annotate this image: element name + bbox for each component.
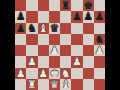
square-g4[interactable] [83,45,94,56]
square-f7[interactable]: ♟ [71,11,82,22]
piece-black-knight[interactable]: ♞ [27,22,36,33]
square-h4[interactable]: ♟ [94,45,105,56]
piece-black-pawn[interactable]: ♟ [16,22,25,33]
square-g7[interactable]: ♟ [83,11,94,22]
square-g1[interactable] [83,79,94,90]
piece-white-rook[interactable]: ♜ [27,78,36,89]
square-g3[interactable] [83,56,94,67]
square-c4[interactable] [38,45,49,56]
piece-white-pawn[interactable]: ♟ [38,67,47,78]
square-c1[interactable] [38,79,49,90]
square-e7[interactable] [60,11,71,22]
square-a4[interactable] [15,45,26,56]
square-f1[interactable] [71,79,82,90]
piece-white-pawn[interactable]: ♟ [16,67,25,78]
piece-black-queen[interactable]: ♛ [50,22,59,33]
square-h3[interactable] [94,56,105,67]
square-a6[interactable]: ♟ [15,23,26,34]
square-g5[interactable] [83,34,94,45]
square-e8[interactable]: ♜ [60,0,71,11]
square-f6[interactable] [71,23,82,34]
square-e4[interactable] [60,45,71,56]
square-d6[interactable]: ♛ [49,23,60,34]
piece-black-pawn[interactable]: ♟ [72,11,81,22]
square-f5[interactable] [71,34,82,45]
piece-white-pawn[interactable]: ♟ [95,45,104,56]
square-g2[interactable] [83,68,94,79]
square-h2[interactable] [94,68,105,79]
piece-black-rook[interactable]: ♜ [61,0,70,11]
square-b8[interactable] [26,0,37,11]
square-b6[interactable]: ♞ [26,23,37,34]
piece-white-pawn[interactable]: ♟ [50,45,59,56]
piece-white-pawn[interactable]: ♟ [27,56,36,67]
chess-board[interactable]: ♜♚♟♟♟♟♟♞♝♛♞♟♟♟♟♟♟♚♞♜♛♝ [15,0,105,90]
square-g6[interactable] [83,23,94,34]
square-e5[interactable] [60,34,71,45]
square-a1[interactable] [15,79,26,90]
square-e1[interactable]: ♝ [60,79,71,90]
piece-white-pawn[interactable]: ♟ [72,56,81,67]
square-f3[interactable]: ♟ [71,56,82,67]
square-a2[interactable]: ♟ [15,68,26,79]
piece-black-pawn[interactable]: ♟ [83,11,92,22]
square-b1[interactable]: ♜ [26,79,37,90]
piece-white-bishop[interactable]: ♝ [38,22,47,33]
square-b3[interactable]: ♟ [26,56,37,67]
app-background: ♜♚♟♟♟♟♟♞♝♛♞♟♟♟♟♟♟♚♞♜♛♝ [0,0,120,90]
square-h1[interactable] [94,79,105,90]
square-d8[interactable] [49,0,60,11]
piece-black-pawn[interactable]: ♟ [95,11,104,22]
square-f2[interactable] [71,68,82,79]
square-b5[interactable] [26,34,37,45]
square-e6[interactable] [60,23,71,34]
square-c6[interactable]: ♝ [38,23,49,34]
piece-white-bishop[interactable]: ♝ [61,78,70,89]
square-h7[interactable]: ♟ [94,11,105,22]
square-c2[interactable]: ♟ [38,68,49,79]
square-d4[interactable]: ♟ [49,45,60,56]
square-d1[interactable]: ♛ [49,79,60,90]
square-c8[interactable] [38,0,49,11]
square-c5[interactable] [38,34,49,45]
square-a5[interactable] [15,34,26,45]
piece-white-queen[interactable]: ♛ [50,78,59,89]
